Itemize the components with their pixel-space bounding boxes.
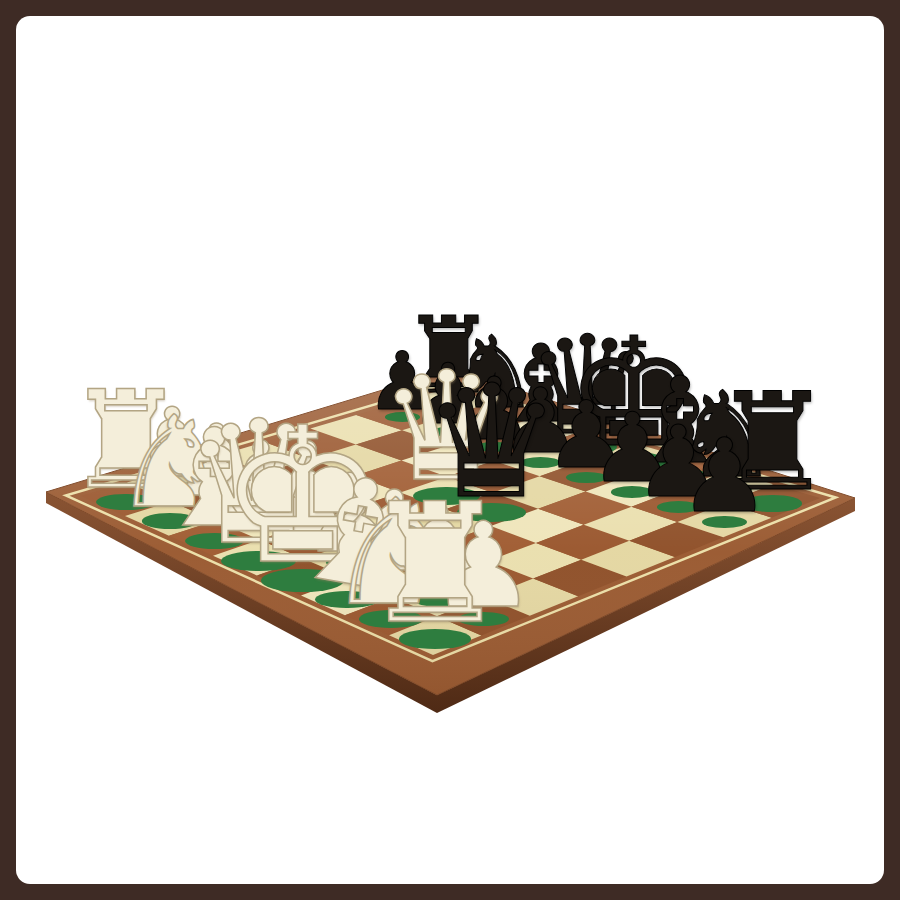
piece-black-pawn-h7: ♟ <box>679 425 770 527</box>
pieces-layer: ♜♞♝♛♚♝♞♜♟♟♟♟♟♟♟♟♛♛♟♟♟♟♟♟♟♟♜♞♝♛♚♝♞♜ <box>0 0 900 900</box>
piece-white-rook-h1: ♜ <box>361 482 509 647</box>
product-photo: ♜♞♝♛♚♝♞♜♟♟♟♟♟♟♟♟♛♛♟♟♟♟♟♟♟♟♜♞♝♛♚♝♞♜ <box>0 0 900 900</box>
